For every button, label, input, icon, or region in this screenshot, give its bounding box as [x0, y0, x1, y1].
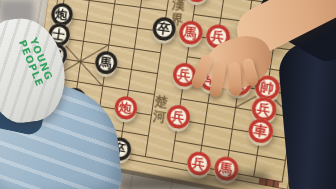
xiangqi-game-photo: 漢界 楚河 炮士將士象馬馬象卒卒炮馬兵兵車仕帥兵車兵炮兵馬 YOUNG PEOP… — [0, 0, 336, 189]
finger — [228, 62, 242, 97]
